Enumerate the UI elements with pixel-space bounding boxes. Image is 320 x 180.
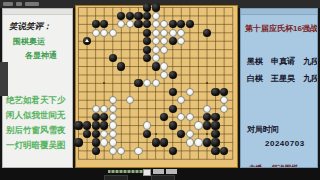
black-stone xyxy=(92,147,100,155)
poem-line-2: 闲人似我世间无 xyxy=(6,110,70,122)
black-stone xyxy=(152,138,160,146)
white-stone xyxy=(152,12,160,20)
black-stone xyxy=(92,130,100,138)
black-stone xyxy=(100,121,108,129)
desktop-window-edge xyxy=(0,62,8,96)
white-stone xyxy=(220,105,228,113)
black-stone xyxy=(92,121,100,129)
black-stone xyxy=(134,12,142,20)
white-stone xyxy=(109,113,117,121)
poem-line-1: 绝艺如君天下少 xyxy=(6,95,70,107)
info-panel-header xyxy=(241,9,317,15)
black-stone xyxy=(92,138,100,146)
black-stone xyxy=(134,20,142,28)
black-stone xyxy=(169,88,177,96)
poem-line-4: 一灯明暗覆吴图 xyxy=(6,140,70,152)
white-stone xyxy=(109,138,117,146)
white-stone xyxy=(160,62,168,70)
star-point xyxy=(155,133,157,135)
white-stone xyxy=(169,29,177,37)
white-stone xyxy=(143,121,151,129)
black-stone xyxy=(211,138,219,146)
move-counter-chip xyxy=(153,169,164,174)
black-stone xyxy=(169,105,177,113)
white-stone xyxy=(134,147,142,155)
white-stone xyxy=(109,147,117,155)
black-stone xyxy=(211,113,219,121)
poem-line-3: 别后竹窗风雪夜 xyxy=(6,125,70,137)
white-stone xyxy=(186,138,194,146)
black-stone xyxy=(211,130,219,138)
white-stone xyxy=(194,121,202,129)
white-stone xyxy=(100,138,108,146)
black-stone xyxy=(169,147,177,155)
title-bar-text-chip xyxy=(3,2,13,6)
commentary-line-1: 围棋奥运 xyxy=(13,36,72,47)
white-stone xyxy=(109,130,117,138)
white-stone xyxy=(152,54,160,62)
white-stone xyxy=(109,29,117,37)
black-stone xyxy=(203,29,211,37)
black-stone xyxy=(143,3,151,11)
black-stone xyxy=(211,121,219,129)
black-stone xyxy=(143,46,151,54)
white-stone xyxy=(100,105,108,113)
white-stone xyxy=(160,46,168,54)
title-bar-text-chip xyxy=(25,2,39,6)
game-date: 20240703 xyxy=(265,139,317,148)
commentary-line-2: 各显神通 xyxy=(25,50,72,61)
black-stone xyxy=(83,121,91,129)
commentary-title: 笑说笑评： xyxy=(9,21,68,33)
commentary-panel-header xyxy=(3,9,72,15)
black-stone xyxy=(169,71,177,79)
black-stone xyxy=(117,62,125,70)
white-stone xyxy=(92,105,100,113)
game-time-label: 对局时间 xyxy=(247,124,317,135)
playback-button[interactable] xyxy=(104,175,128,180)
playback-button[interactable] xyxy=(151,175,175,180)
white-stone xyxy=(152,46,160,54)
white-stone xyxy=(186,130,194,138)
white-stone xyxy=(152,37,160,45)
black-stone xyxy=(211,147,219,155)
game-info-panel: 第十届应氏杯16强战 黑棋 申真谞 九段 白棋 王星昊 九段 对局时间 2024… xyxy=(240,8,318,168)
black-player-row: 黑棋 申真谞 九段 xyxy=(247,56,317,67)
black-stone xyxy=(74,138,82,146)
title-bar-text-chip xyxy=(16,2,22,6)
white-stone xyxy=(194,138,202,146)
white-stone xyxy=(152,29,160,37)
white-player-row: 白棋 王星昊 九段 xyxy=(247,73,317,84)
black-stone xyxy=(143,29,151,37)
commentary-panel: 笑说笑评： 围棋奥运 各显神通 绝艺如君天下少 闲人似我世间无 别后竹窗风雪夜 … xyxy=(2,8,73,168)
black-stone xyxy=(203,138,211,146)
black-stone xyxy=(152,62,160,70)
poem-block: 绝艺如君天下少 闲人似我世间无 别后竹窗风雪夜 一灯明暗覆吴图 xyxy=(3,95,72,152)
black-stone xyxy=(203,121,211,129)
event-title: 第十届应氏杯16强战 xyxy=(245,23,315,34)
go-board[interactable] xyxy=(75,5,238,168)
black-stone xyxy=(160,138,168,146)
move-counter-chip xyxy=(166,169,177,174)
black-stone xyxy=(169,121,177,129)
black-stone xyxy=(74,121,82,129)
white-stone xyxy=(109,105,117,113)
black-stone xyxy=(134,79,142,87)
move-slider-track[interactable] xyxy=(108,170,144,173)
black-stone xyxy=(211,88,219,96)
black-stone xyxy=(92,113,100,121)
star-point xyxy=(206,133,208,135)
white-stone xyxy=(203,105,211,113)
white-stone xyxy=(109,121,117,129)
black-stone xyxy=(109,54,117,62)
last-move-marker xyxy=(85,39,89,42)
move-slider-thumb[interactable] xyxy=(143,169,151,176)
white-stone xyxy=(186,88,194,96)
black-stone xyxy=(126,12,134,20)
black-stone xyxy=(152,3,160,11)
white-stone xyxy=(92,29,100,37)
